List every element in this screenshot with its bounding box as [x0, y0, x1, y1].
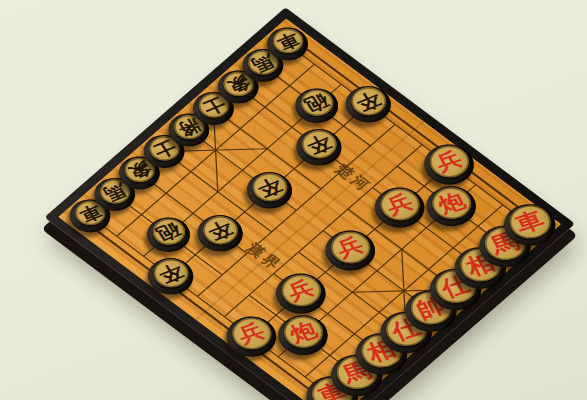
- xiangqi-board: 漢界 楚河 車馬象士將士象馬車砲砲卒卒卒卒卒兵兵兵兵兵炮炮車馬相仕帥仕相馬車: [44, 7, 575, 400]
- piece-character: 卒: [353, 89, 384, 114]
- piece-character: 兵: [433, 148, 466, 174]
- photo-scene: 漢界 楚河 車馬象士將士象馬車砲砲卒卒卒卒卒兵兵兵兵兵炮炮車馬相仕帥仕相馬車: [0, 0, 587, 400]
- piece-character: 炮: [287, 319, 321, 346]
- piece-character: 卒: [205, 218, 236, 243]
- piece-character: 兵: [235, 320, 268, 346]
- piece-character: 砲: [154, 219, 184, 243]
- piece-character: 兵: [334, 234, 367, 260]
- piece-character: 兵: [285, 277, 318, 303]
- piece-character: 卒: [155, 261, 186, 286]
- piece-character: 卒: [254, 175, 285, 200]
- piece-character: 車: [512, 208, 548, 237]
- piece-character: 炮: [435, 190, 469, 217]
- piece-character: 卒: [304, 132, 335, 157]
- piece-character: 砲: [302, 90, 332, 114]
- piece-character: 兵: [384, 191, 417, 217]
- piece-character: 車: [274, 29, 303, 52]
